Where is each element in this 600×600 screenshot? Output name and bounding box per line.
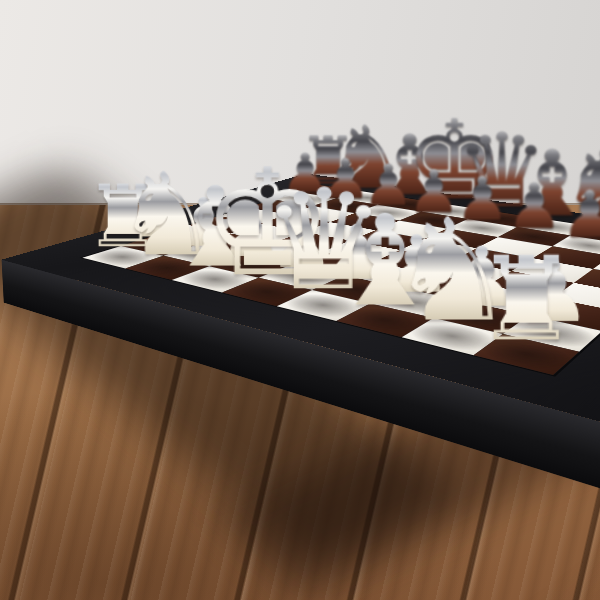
- square-a1: ♜: [474, 334, 579, 375]
- white-rook-a1: ♜: [475, 247, 579, 354]
- chess-photo-scene: ♜♞♝♚♛♝♞♜♟♟♟♟♟♟♟♟♟♟♟♟♟♟♟♟♜♞♝♚♛♝♞♜: [0, 0, 600, 600]
